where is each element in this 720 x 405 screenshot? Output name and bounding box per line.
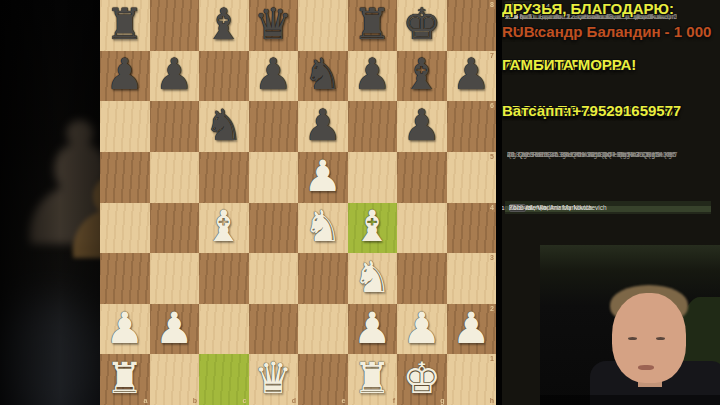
square-e6[interactable]: ♟ (298, 101, 348, 152)
square-h8[interactable]: 8 (447, 0, 497, 51)
board-coordinate: c (243, 397, 247, 404)
square-f5[interactable] (348, 152, 398, 203)
square-d3[interactable] (249, 253, 299, 304)
square-c1[interactable]: c (199, 354, 249, 405)
white-rook: ♜ (353, 357, 392, 400)
square-h1[interactable]: 1h (447, 354, 497, 405)
square-a6[interactable] (100, 101, 150, 152)
white-knight: ♞ (353, 256, 392, 299)
chess-board[interactable]: ♜♝♛♜♚8♟♟♟♞♟♝♟7♞♟♟6♟5♝♞♝4♞3♟♟♟♟♟2♜abc♛de♜… (100, 0, 496, 405)
black-pawn: ♟ (155, 53, 194, 96)
square-c4[interactable]: ♝ (199, 203, 249, 254)
square-b6[interactable] (150, 101, 200, 152)
square-e2[interactable] (298, 304, 348, 355)
square-g3[interactable] (397, 253, 447, 304)
board-coordinate: 5 (490, 153, 494, 160)
square-e8[interactable] (298, 0, 348, 51)
square-b3[interactable] (150, 253, 200, 304)
background-photo: ♟ ♟ (0, 0, 100, 405)
square-a5[interactable] (100, 152, 150, 203)
square-a7[interactable]: ♟ (100, 51, 150, 102)
white-pawn: ♟ (452, 307, 491, 350)
square-d8[interactable]: ♛ (249, 0, 299, 51)
square-h7[interactable]: ♟7 (447, 51, 497, 102)
square-b4[interactable] (150, 203, 200, 254)
background-shade (0, 0, 100, 405)
square-a3[interactable] (100, 253, 150, 304)
white-queen: ♛ (254, 357, 293, 400)
white-pawn: ♟ (353, 307, 392, 350)
square-b2[interactable]: ♟ (150, 304, 200, 355)
square-c5[interactable] (199, 152, 249, 203)
square-d7[interactable]: ♟ (249, 51, 299, 102)
square-a1[interactable]: ♜a (100, 354, 150, 405)
square-b8[interactable] (150, 0, 200, 51)
variation-line[interactable]: 40. Qxc5+ Rf5 41. g4+ Kh4 42. Qe7+ Rg5 4… (507, 150, 720, 159)
black-pawn: ♟ (105, 53, 144, 96)
black-knight: ♞ (204, 104, 243, 147)
black-pawn: ♟ (254, 53, 293, 96)
square-e4[interactable]: ♞ (298, 203, 348, 254)
board-coordinate: 6 (490, 102, 494, 109)
square-h3[interactable]: 3 (447, 253, 497, 304)
square-c2[interactable] (199, 304, 249, 355)
square-a8[interactable]: ♜ (100, 0, 150, 51)
square-g6[interactable]: ♟ (397, 101, 447, 152)
board-coordinate: 8 (490, 1, 494, 8)
square-e3[interactable] (298, 253, 348, 304)
white-pawn: ♟ (155, 307, 194, 350)
white-pawn: ♟ (402, 307, 441, 350)
square-b7[interactable]: ♟ (150, 51, 200, 102)
square-d2[interactable] (249, 304, 299, 355)
white-bishop: ♝ (353, 205, 392, 248)
white-pawn: ♟ (303, 155, 342, 198)
square-h2[interactable]: ♟2 (447, 304, 497, 355)
black-rook: ♜ (105, 3, 144, 46)
square-f1[interactable]: ♜f (348, 354, 398, 405)
streamer-face (612, 293, 686, 383)
black-pawn: ♟ (402, 104, 441, 147)
black-pawn: ♟ (303, 104, 342, 147)
white-king: ♚ (402, 357, 441, 400)
board-coordinate: 2 (490, 305, 494, 312)
board-coordinate: 7 (490, 52, 494, 59)
square-g5[interactable] (397, 152, 447, 203)
black-pawn: ♟ (353, 53, 392, 96)
board-coordinate: 4 (490, 204, 494, 211)
board-coordinate: f (393, 397, 395, 404)
square-c3[interactable] (199, 253, 249, 304)
stream-frame: ♟ ♟ ♜♝♛♜♚8♟♟♟♞♟♝♟7♞♟♟6♟5♝♞♝4♞3♟♟♟♟♟2♜abc… (0, 0, 720, 405)
black-rook: ♜ (353, 3, 392, 46)
webcam-video (540, 245, 720, 405)
black-knight: ♞ (303, 53, 342, 96)
board-coordinate: d (292, 397, 296, 404)
square-f3[interactable]: ♞ (348, 253, 398, 304)
square-g2[interactable]: ♟ (397, 304, 447, 355)
white-rook: ♜ (105, 357, 144, 400)
board-coordinate: a (144, 397, 148, 404)
square-h4[interactable]: 4 (447, 203, 497, 254)
square-d4[interactable] (249, 203, 299, 254)
square-a2[interactable]: ♟ (100, 304, 150, 355)
square-f7[interactable]: ♟ (348, 51, 398, 102)
square-c7[interactable] (199, 51, 249, 102)
board-coordinate: 3 (490, 254, 494, 261)
square-d5[interactable] (249, 152, 299, 203)
square-e5[interactable]: ♟ (298, 152, 348, 203)
square-e1[interactable]: e (298, 354, 348, 405)
board-coordinate: h (490, 397, 494, 404)
black-bishop: ♝ (204, 3, 243, 46)
white-pawn: ♟ (105, 307, 144, 350)
square-g7[interactable]: ♝ (397, 51, 447, 102)
square-a4[interactable] (100, 203, 150, 254)
black-pawn: ♟ (452, 53, 491, 96)
square-c8[interactable]: ♝ (199, 0, 249, 51)
square-d6[interactable] (249, 101, 299, 152)
square-b5[interactable] (150, 152, 200, 203)
board-coordinate: g (440, 397, 444, 404)
board-coordinate: e (342, 397, 346, 404)
white-bishop: ♝ (204, 205, 243, 248)
square-f6[interactable] (348, 101, 398, 152)
square-h5[interactable]: 5 (447, 152, 497, 203)
square-g1[interactable]: ♚g (397, 354, 447, 405)
square-e7[interactable]: ♞ (298, 51, 348, 102)
square-g4[interactable] (397, 203, 447, 254)
square-f2[interactable]: ♟ (348, 304, 398, 355)
best-game-entry[interactable]: 2440 Trofimov, Vladimir Markovich 0-1 20… (505, 201, 711, 206)
square-d1[interactable]: ♛d (249, 354, 299, 405)
board-coordinate: b (193, 397, 197, 404)
square-f4[interactable]: ♝ (348, 203, 398, 254)
square-h6[interactable]: 6 (447, 101, 497, 152)
square-g8[interactable]: ♚ (397, 0, 447, 51)
black-bishop: ♝ (402, 53, 441, 96)
board-coordinate: 1 (490, 355, 494, 362)
analysis-panel: +0.4 +0.410... h6 11. Qb3 b6 12. Rc1 Bb7… (502, 0, 720, 405)
white-knight: ♞ (303, 205, 342, 248)
square-c6[interactable]: ♞ (199, 101, 249, 152)
square-b1[interactable]: b (150, 354, 200, 405)
black-queen: ♛ (254, 3, 293, 46)
black-king: ♚ (402, 3, 441, 46)
square-f8[interactable]: ♜ (348, 0, 398, 51)
